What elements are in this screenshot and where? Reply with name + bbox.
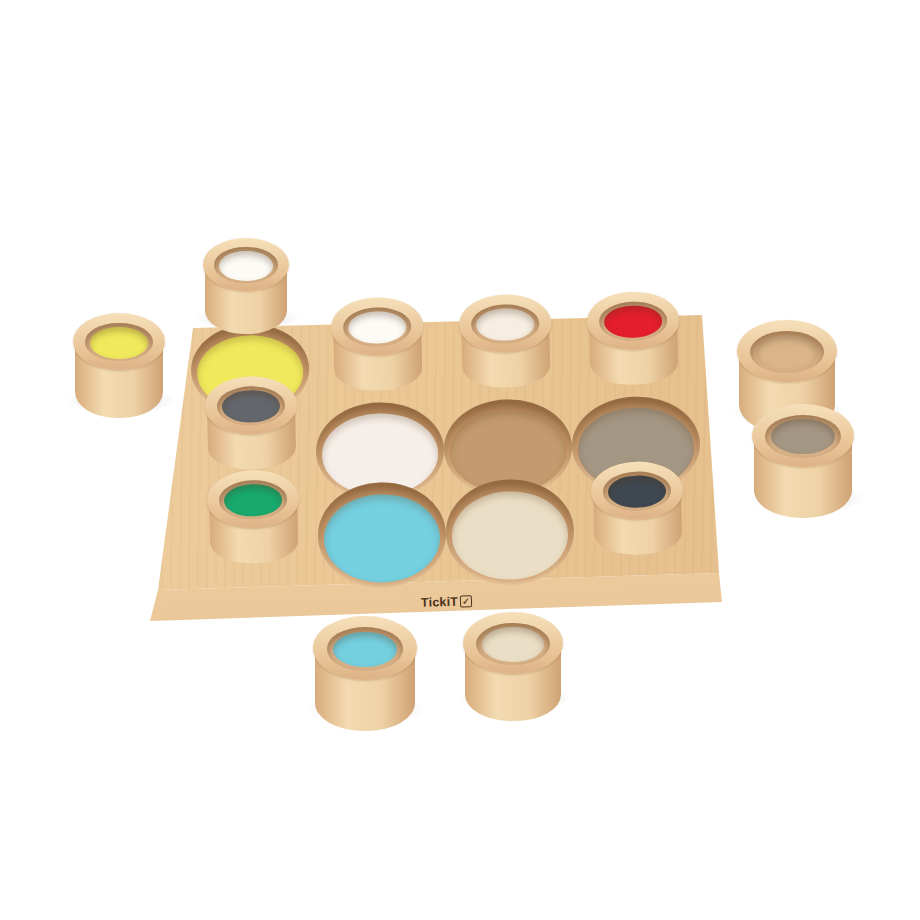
texture-disc-blue-fleece bbox=[323, 493, 440, 584]
brand-name: TickiT bbox=[421, 595, 458, 610]
texture-cell-grid bbox=[185, 317, 703, 581]
cup-white-silk bbox=[203, 238, 289, 343]
cell-r1c2-cup[interactable] bbox=[313, 323, 443, 410]
loose-cup-right-lower[interactable] bbox=[752, 404, 854, 529]
cup-dark-smooth bbox=[590, 461, 684, 566]
loose-cup-bottom-right[interactable] bbox=[463, 612, 563, 732]
cup-white-silk bbox=[331, 297, 425, 402]
cell-r1c4-cup[interactable] bbox=[569, 317, 699, 404]
cell-r3c1-cup[interactable] bbox=[189, 494, 319, 581]
cup-blue-fleece bbox=[313, 616, 417, 742]
cell-r3c3-recess[interactable] bbox=[445, 488, 575, 575]
cup-green-smooth bbox=[206, 470, 300, 575]
cup-white-fleece bbox=[459, 294, 553, 399]
cup-hessian bbox=[752, 404, 854, 529]
cell-r1c3-cup[interactable] bbox=[441, 320, 571, 407]
loose-cup-top[interactable] bbox=[203, 238, 289, 343]
brand-logo: TickiT✓ bbox=[421, 594, 472, 609]
texture-disc-white-silk bbox=[219, 251, 272, 281]
brand-check-icon: ✓ bbox=[460, 595, 472, 607]
texture-disc-empty-wood bbox=[756, 335, 818, 370]
texture-disc-cream-rough bbox=[482, 627, 544, 662]
product-photo-stage: TickiT✓ bbox=[0, 0, 920, 920]
cup-cream-rough bbox=[463, 612, 563, 732]
recess-blue-fleece bbox=[317, 480, 447, 588]
cup-yellow-smooth bbox=[73, 313, 165, 428]
cup-grey-gravel bbox=[204, 376, 298, 481]
texture-disc-yellow-smooth bbox=[90, 327, 147, 359]
texture-disc-cream-rough bbox=[451, 490, 568, 581]
loose-cup-left[interactable] bbox=[73, 313, 165, 428]
recess-cream-rough bbox=[445, 478, 575, 586]
texture-disc-hessian bbox=[771, 419, 834, 454]
loose-cup-bottom-left[interactable] bbox=[313, 616, 417, 742]
cell-r3c4-cup[interactable] bbox=[573, 485, 703, 572]
cell-r3c2-recess[interactable] bbox=[317, 491, 447, 578]
cell-r2c2-recess[interactable] bbox=[315, 407, 445, 494]
cup-red-felt bbox=[587, 291, 681, 396]
cell-r2c3-recess[interactable] bbox=[443, 404, 573, 491]
